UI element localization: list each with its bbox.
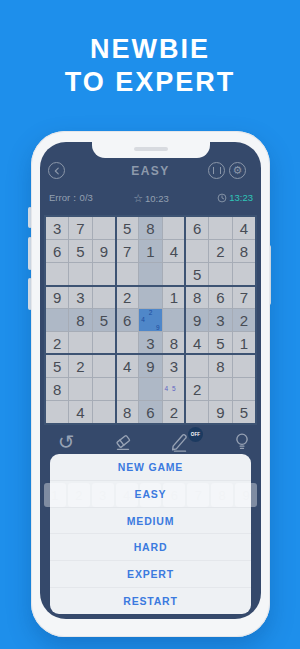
- status-row: Error：0/3 ☆ 10:23 13:23: [49, 192, 253, 206]
- cell-value: 4: [193, 335, 201, 352]
- cell-r7c7[interactable]: [186, 355, 208, 377]
- cell-r2c7[interactable]: [186, 240, 208, 262]
- cell-r8c1[interactable]: 8: [46, 378, 68, 400]
- hint-button[interactable]: [231, 431, 253, 453]
- cell-r4c5[interactable]: [139, 286, 161, 308]
- pencil-notes: 249: [139, 309, 161, 331]
- cell-r3c9[interactable]: [233, 263, 255, 285]
- timer: 13:23: [217, 192, 253, 203]
- cell-value: 5: [76, 243, 84, 260]
- cell-value: 8: [240, 243, 248, 260]
- cell-value: 6: [123, 312, 131, 329]
- pause-button[interactable]: [208, 162, 225, 179]
- cell-r1c1[interactable]: 3: [46, 217, 68, 239]
- cell-r6c8[interactable]: 5: [209, 332, 231, 354]
- cell-value: 4: [240, 220, 248, 237]
- box-line-vertical-2: [184, 216, 186, 424]
- cell-r6c1[interactable]: 2: [46, 332, 68, 354]
- cell-r8c6[interactable]: 45: [163, 378, 185, 400]
- cell-r8c7[interactable]: 2: [186, 378, 208, 400]
- cell-value: 4: [76, 404, 84, 421]
- best-time-value: 10:23: [145, 193, 169, 204]
- cell-value: 8: [76, 312, 84, 329]
- cell-r2c9[interactable]: 8: [233, 240, 255, 262]
- cell-value: 2: [240, 312, 248, 329]
- cell-r5c5[interactable]: 249: [139, 309, 161, 331]
- cell-value: 9: [146, 358, 154, 375]
- cell-value: 5: [240, 404, 248, 421]
- cell-value: 2: [170, 404, 178, 421]
- cell-value: 6: [193, 220, 201, 237]
- menu-item-medium[interactable]: MEDIUM: [50, 507, 251, 534]
- sudoku-grid: 3758646597142859321867856249932238451524…: [46, 217, 255, 423]
- cell-r5c9[interactable]: 2: [233, 309, 255, 331]
- menu-item-easy[interactable]: EASY: [50, 480, 251, 507]
- cell-r3c7[interactable]: 5: [186, 263, 208, 285]
- best-time: ☆ 10:23: [133, 192, 169, 205]
- cell-value: 9: [53, 289, 61, 306]
- cell-r3c8[interactable]: [209, 263, 231, 285]
- cell-r1c6[interactable]: [163, 217, 185, 239]
- cell-r2c3[interactable]: 9: [93, 240, 115, 262]
- cell-value: 1: [146, 243, 154, 260]
- cell-r5c7[interactable]: 9: [186, 309, 208, 331]
- undo-button[interactable]: ↻: [55, 431, 77, 453]
- cell-r1c4[interactable]: 5: [116, 217, 138, 239]
- cell-r8c9[interactable]: [233, 378, 255, 400]
- cell-value: 6: [53, 243, 61, 260]
- cell-r7c6[interactable]: 3: [163, 355, 185, 377]
- cell-r4c2[interactable]: 3: [69, 286, 91, 308]
- error-counter: Error：0/3: [49, 192, 93, 205]
- cell-value: 2: [193, 381, 201, 398]
- cell-r3c1[interactable]: [46, 263, 68, 285]
- cell-r4c8[interactable]: 6: [209, 286, 231, 308]
- cell-r7c5[interactable]: 9: [139, 355, 161, 377]
- cell-value: 7: [76, 220, 84, 237]
- cell-value: 6: [216, 289, 224, 306]
- cell-r9c9[interactable]: 5: [233, 401, 255, 423]
- cell-value: 8: [123, 404, 131, 421]
- cell-r6c4[interactable]: [116, 332, 138, 354]
- cell-r7c2[interactable]: 2: [69, 355, 91, 377]
- cell-r3c3[interactable]: [93, 263, 115, 285]
- cell-r9c4[interactable]: 8: [116, 401, 138, 423]
- app-store-screenshot: NEWBIE TO EXPERT EASY ⚙ Error：0/3 ☆: [0, 0, 300, 649]
- cell-value: 5: [216, 335, 224, 352]
- cell-r9c3[interactable]: [93, 401, 115, 423]
- cell-value: 8: [53, 381, 61, 398]
- cell-r1c9[interactable]: 4: [233, 217, 255, 239]
- cell-r4c9[interactable]: 7: [233, 286, 255, 308]
- cell-r7c1[interactable]: 5: [46, 355, 68, 377]
- cell-r2c8[interactable]: 2: [209, 240, 231, 262]
- cell-r8c3[interactable]: [93, 378, 115, 400]
- sudoku-board: 3758646597142859321867856249932238451524…: [44, 215, 257, 425]
- cell-r7c3[interactable]: [93, 355, 115, 377]
- headline-line2: TO EXPERT: [0, 66, 300, 99]
- pencil-notes: 45: [163, 378, 185, 400]
- lightbulb-icon: [231, 431, 253, 453]
- cell-value: 5: [123, 220, 131, 237]
- cell-r4c6[interactable]: 1: [163, 286, 185, 308]
- cell-value: 3: [146, 335, 154, 352]
- cell-r7c9[interactable]: [233, 355, 255, 377]
- cell-value: 3: [53, 220, 61, 237]
- cell-value: 1: [240, 335, 248, 352]
- box-line-horizontal-1: [45, 285, 256, 287]
- cell-r6c6[interactable]: 8: [163, 332, 185, 354]
- cell-value: 8: [216, 358, 224, 375]
- cell-r7c4[interactable]: 4: [116, 355, 138, 377]
- cell-r8c4[interactable]: [116, 378, 138, 400]
- difficulty-title: EASY: [40, 164, 261, 178]
- cell-value: 2: [76, 358, 84, 375]
- game-menu: NEW GAMEEASYMEDIUMHARDEXPERTRESTART: [50, 454, 251, 614]
- cell-r2c1[interactable]: 6: [46, 240, 68, 262]
- cell-r4c4[interactable]: 2: [116, 286, 138, 308]
- menu-item-hard[interactable]: HARD: [50, 533, 251, 560]
- cell-r8c2[interactable]: [69, 378, 91, 400]
- menu-item-restart[interactable]: RESTART: [50, 587, 251, 614]
- cell-r4c7[interactable]: 8: [186, 286, 208, 308]
- cell-r1c3[interactable]: [93, 217, 115, 239]
- eraser-icon: [112, 431, 134, 453]
- cell-value: 9: [100, 243, 108, 260]
- cell-value: 9: [216, 404, 224, 421]
- cell-r3c4[interactable]: [116, 263, 138, 285]
- cell-r5c1[interactable]: [46, 309, 68, 331]
- pencil-off-badge: OFF: [188, 427, 203, 442]
- timer-value: 13:23: [229, 192, 253, 203]
- cell-r1c5[interactable]: 8: [139, 217, 161, 239]
- pause-icon: [213, 167, 221, 174]
- cell-value: 8: [193, 289, 201, 306]
- cell-r9c7[interactable]: [186, 401, 208, 423]
- cell-r9c6[interactable]: 2: [163, 401, 185, 423]
- cell-r3c5[interactable]: [139, 263, 161, 285]
- cell-value: 7: [240, 289, 248, 306]
- cell-r4c3[interactable]: [93, 286, 115, 308]
- cell-r2c4[interactable]: 7: [116, 240, 138, 262]
- cell-value: 3: [216, 312, 224, 329]
- gear-icon: ⚙: [233, 165, 243, 176]
- cell-r5c2[interactable]: 8: [69, 309, 91, 331]
- headline-line1: NEWBIE: [0, 33, 300, 66]
- cell-value: 4: [170, 243, 178, 260]
- cell-r5c4[interactable]: 6: [116, 309, 138, 331]
- cell-r2c6[interactable]: 4: [163, 240, 185, 262]
- cell-value: 5: [53, 358, 61, 375]
- box-line-horizontal-2: [45, 353, 256, 355]
- cell-r8c8[interactable]: [209, 378, 231, 400]
- cell-value: 5: [100, 312, 108, 329]
- menu-item-new-game[interactable]: NEW GAME: [50, 454, 251, 480]
- cell-r5c6[interactable]: [163, 309, 185, 331]
- cell-r3c2[interactable]: [69, 263, 91, 285]
- cell-value: 7: [123, 243, 131, 260]
- cell-value: 1: [170, 289, 178, 306]
- cell-r9c2[interactable]: 4: [69, 401, 91, 423]
- eraser-button[interactable]: [112, 431, 134, 453]
- cell-r5c8[interactable]: 3: [209, 309, 231, 331]
- cell-value: 8: [146, 220, 154, 237]
- cell-value: 5: [193, 266, 201, 283]
- cell-r3c6[interactable]: [163, 263, 185, 285]
- cell-r6c9[interactable]: 1: [233, 332, 255, 354]
- cell-r1c8[interactable]: [209, 217, 231, 239]
- cell-r6c3[interactable]: [93, 332, 115, 354]
- cell-value: 8: [170, 335, 178, 352]
- cell-r2c2[interactable]: 5: [69, 240, 91, 262]
- app-screen: EASY ⚙ Error：0/3 ☆ 10:23 13:23 37586: [40, 142, 261, 619]
- speaker-slot: [134, 147, 168, 151]
- menu-item-expert[interactable]: EXPERT: [50, 560, 251, 587]
- cell-r6c2[interactable]: [69, 332, 91, 354]
- cell-r4c1[interactable]: 9: [46, 286, 68, 308]
- cell-r9c1[interactable]: [46, 401, 68, 423]
- cell-value: 9: [193, 312, 201, 329]
- cell-r9c8[interactable]: 9: [209, 401, 231, 423]
- cell-value: 2: [216, 243, 224, 260]
- cell-value: 2: [123, 289, 131, 306]
- phone-notch: [92, 142, 210, 158]
- cell-r1c7[interactable]: 6: [186, 217, 208, 239]
- clock-icon: [217, 193, 227, 203]
- cell-value: 3: [76, 289, 84, 306]
- star-icon: ☆: [133, 192, 143, 205]
- cell-value: 4: [123, 358, 131, 375]
- undo-icon: ↻: [55, 431, 77, 453]
- cell-r7c8[interactable]: 8: [209, 355, 231, 377]
- cell-r2c5[interactable]: 1: [139, 240, 161, 262]
- marketing-headline: NEWBIE TO EXPERT: [0, 33, 300, 99]
- cell-r8c5[interactable]: [139, 378, 161, 400]
- cell-r5c3[interactable]: 5: [93, 309, 115, 331]
- cell-r6c7[interactable]: 4: [186, 332, 208, 354]
- cell-value: 6: [146, 404, 154, 421]
- cell-value: 2: [53, 335, 61, 352]
- cell-r1c2[interactable]: 7: [69, 217, 91, 239]
- cell-r9c5[interactable]: 6: [139, 401, 161, 423]
- box-line-vertical-1: [115, 216, 117, 424]
- settings-button[interactable]: ⚙: [229, 162, 246, 179]
- cell-r6c5[interactable]: 3: [139, 332, 161, 354]
- cell-value: 3: [170, 358, 178, 375]
